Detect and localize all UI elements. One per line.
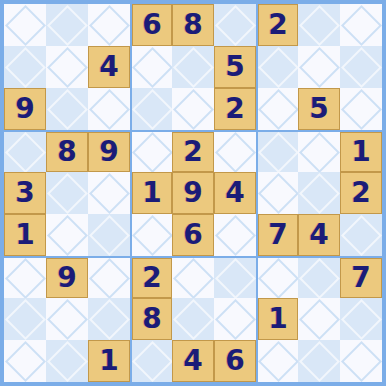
cell-r9c7[interactable]	[256, 340, 298, 382]
cell-r6c3[interactable]	[88, 214, 130, 256]
cell-r5c3[interactable]	[88, 172, 130, 214]
diamond-pattern-icon	[257, 257, 298, 298]
cell-r6c4[interactable]	[130, 214, 172, 256]
cell-r9c3: 1	[88, 340, 130, 382]
diamond-pattern-icon	[257, 340, 298, 381]
cell-r1c3[interactable]	[88, 4, 130, 46]
cell-r5c1: 3	[4, 172, 46, 214]
diamond-pattern-icon	[131, 88, 172, 129]
diamond-pattern-icon	[131, 46, 172, 87]
cell-r1c1[interactable]	[4, 4, 46, 46]
diamond-pattern-icon	[46, 340, 87, 381]
diamond-pattern-icon	[298, 298, 339, 339]
diamond-pattern-icon	[46, 214, 87, 255]
cell-r1c4: 6	[130, 4, 172, 46]
diamond-pattern-icon	[46, 46, 87, 87]
diamond-pattern-icon	[172, 46, 213, 87]
cell-r7c5[interactable]	[172, 256, 214, 298]
cell-r3c4[interactable]	[130, 88, 172, 130]
cell-r5c2[interactable]	[46, 172, 88, 214]
cell-r6c8: 4	[298, 214, 340, 256]
diamond-pattern-icon	[4, 257, 45, 298]
cell-r8c2[interactable]	[46, 298, 88, 340]
cell-r1c6[interactable]	[214, 4, 256, 46]
cell-r9c6: 6	[214, 340, 256, 382]
cell-r3c8: 5	[298, 88, 340, 130]
cell-r2c3: 4	[88, 46, 130, 88]
diamond-pattern-icon	[4, 131, 45, 172]
diamond-pattern-icon	[88, 172, 129, 213]
cell-r3c9[interactable]	[340, 88, 382, 130]
cell-r6c5: 6	[172, 214, 214, 256]
diamond-pattern-icon	[298, 131, 339, 172]
cell-r3c1: 9	[4, 88, 46, 130]
cell-r9c5: 4	[172, 340, 214, 382]
cell-r8c3[interactable]	[88, 298, 130, 340]
diamond-pattern-icon	[46, 298, 87, 339]
cell-r9c9[interactable]	[340, 340, 382, 382]
cell-r7c9: 7	[340, 256, 382, 298]
diamond-pattern-icon	[172, 257, 213, 298]
diamond-pattern-icon	[88, 298, 129, 339]
diamond-pattern-icon	[46, 172, 87, 213]
diamond-pattern-icon	[340, 46, 381, 87]
cell-r4c5: 2	[172, 130, 214, 172]
diamond-pattern-icon	[214, 214, 255, 255]
diamond-pattern-icon	[214, 4, 255, 45]
cell-r7c4: 2	[130, 256, 172, 298]
diamond-pattern-icon	[172, 298, 213, 339]
diamond-pattern-icon	[298, 257, 339, 298]
diamond-pattern-icon	[257, 131, 298, 172]
cell-r5c5: 9	[172, 172, 214, 214]
diamond-pattern-icon	[4, 4, 45, 45]
cell-r7c6[interactable]	[214, 256, 256, 298]
cell-r4c8[interactable]	[298, 130, 340, 172]
cell-r7c3[interactable]	[88, 256, 130, 298]
cell-r4c3: 9	[88, 130, 130, 172]
cell-r8c5[interactable]	[172, 298, 214, 340]
sudoku-board: 68245925892131942167492781146	[0, 0, 386, 386]
diamond-pattern-icon	[214, 298, 255, 339]
cell-r4c9: 1	[340, 130, 382, 172]
cell-r8c9[interactable]	[340, 298, 382, 340]
diamond-pattern-icon	[340, 298, 381, 339]
diamond-pattern-icon	[257, 172, 298, 213]
diamond-pattern-icon	[298, 172, 339, 213]
cell-r4c7[interactable]	[256, 130, 298, 172]
diamond-pattern-icon	[88, 257, 129, 298]
cell-r6c9[interactable]	[340, 214, 382, 256]
cell-r6c6[interactable]	[214, 214, 256, 256]
cell-r7c1[interactable]	[4, 256, 46, 298]
diamond-pattern-icon	[131, 340, 172, 381]
cell-r7c2: 9	[46, 256, 88, 298]
diamond-pattern-icon	[257, 88, 298, 129]
cell-r8c8[interactable]	[298, 298, 340, 340]
cell-r2c8[interactable]	[298, 46, 340, 88]
cell-r5c8[interactable]	[298, 172, 340, 214]
cell-r3c6: 2	[214, 88, 256, 130]
cell-r6c2[interactable]	[46, 214, 88, 256]
diamond-pattern-icon	[214, 257, 255, 298]
diamond-pattern-icon	[131, 214, 172, 255]
cell-r2c6: 5	[214, 46, 256, 88]
diamond-pattern-icon	[88, 4, 129, 45]
cell-r6c1: 1	[4, 214, 46, 256]
cell-r1c5: 8	[172, 4, 214, 46]
cell-r7c7[interactable]	[256, 256, 298, 298]
cell-r1c2[interactable]	[46, 4, 88, 46]
cell-r2c2[interactable]	[46, 46, 88, 88]
cell-r3c5[interactable]	[172, 88, 214, 130]
cell-r4c1[interactable]	[4, 130, 46, 172]
diamond-pattern-icon	[214, 131, 255, 172]
cell-r2c5[interactable]	[172, 46, 214, 88]
diamond-pattern-icon	[340, 4, 381, 45]
diamond-pattern-icon	[298, 46, 339, 87]
cell-r3c3[interactable]	[88, 88, 130, 130]
diamond-pattern-icon	[340, 214, 381, 255]
cell-r3c7[interactable]	[256, 88, 298, 130]
cell-r8c7: 1	[256, 298, 298, 340]
diamond-pattern-icon	[4, 298, 45, 339]
cell-r9c8[interactable]	[298, 340, 340, 382]
cell-r6c7: 7	[256, 214, 298, 256]
cell-r8c1[interactable]	[4, 298, 46, 340]
cell-r4c4[interactable]	[130, 130, 172, 172]
diamond-pattern-icon	[340, 340, 381, 381]
diamond-pattern-icon	[46, 4, 87, 45]
diamond-pattern-icon	[257, 46, 298, 87]
diamond-pattern-icon	[88, 88, 129, 129]
cell-r5c6: 4	[214, 172, 256, 214]
diamond-pattern-icon	[131, 131, 172, 172]
cell-r5c9: 2	[340, 172, 382, 214]
cell-r9c1[interactable]	[4, 340, 46, 382]
cell-r2c4[interactable]	[130, 46, 172, 88]
cell-r4c6[interactable]	[214, 130, 256, 172]
cell-r9c2[interactable]	[46, 340, 88, 382]
cell-r9c4[interactable]	[130, 340, 172, 382]
cell-r1c9[interactable]	[340, 4, 382, 46]
cell-r3c2[interactable]	[46, 88, 88, 130]
diamond-pattern-icon	[88, 214, 129, 255]
diamond-pattern-icon	[298, 340, 339, 381]
cell-r5c7[interactable]	[256, 172, 298, 214]
cell-r2c1[interactable]	[4, 46, 46, 88]
diamond-pattern-icon	[4, 340, 45, 381]
diamond-pattern-icon	[4, 46, 45, 87]
cell-r2c7[interactable]	[256, 46, 298, 88]
cell-r7c8[interactable]	[298, 256, 340, 298]
cell-r8c6[interactable]	[214, 298, 256, 340]
cell-r4c2: 8	[46, 130, 88, 172]
diamond-pattern-icon	[172, 88, 213, 129]
cell-r1c7: 2	[256, 4, 298, 46]
cell-r5c4: 1	[130, 172, 172, 214]
diamond-pattern-icon	[298, 4, 339, 45]
cell-r8c4: 8	[130, 298, 172, 340]
cell-r1c8[interactable]	[298, 4, 340, 46]
cell-r2c9[interactable]	[340, 46, 382, 88]
diamond-pattern-icon	[340, 88, 381, 129]
diamond-pattern-icon	[46, 88, 87, 129]
